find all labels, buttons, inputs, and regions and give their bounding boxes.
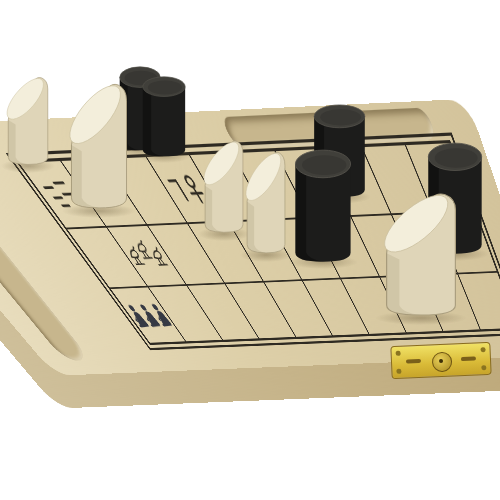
white-piece-4[interactable] xyxy=(244,139,288,257)
white-piece-5[interactable] xyxy=(381,178,461,320)
pieces-layer xyxy=(0,0,500,500)
black-piece-4[interactable] xyxy=(293,149,353,264)
white-piece-3[interactable] xyxy=(202,129,246,236)
white-piece-1[interactable] xyxy=(5,66,51,168)
white-piece-2[interactable] xyxy=(67,68,131,213)
black-piece-2[interactable] xyxy=(141,76,187,158)
senet-board-photo xyxy=(0,0,500,500)
